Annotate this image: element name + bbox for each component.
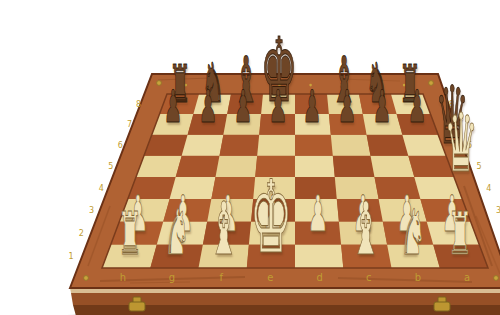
square-b4 <box>375 177 421 199</box>
rank-label-left-1: 1 <box>69 252 74 261</box>
square-e4 <box>253 177 295 199</box>
square-f6 <box>220 135 260 156</box>
chess-set-photo: hgfedcba1122334455667788 ♜♞♝♚♝♞♜♟♟♟♟♟♟♟♟… <box>40 16 500 315</box>
square-b6 <box>367 135 409 156</box>
square-c8 <box>327 94 363 114</box>
square-e8 <box>261 94 295 114</box>
square-d7 <box>295 114 331 135</box>
rank-label-left-3: 3 <box>89 206 94 215</box>
rank-label-left-2: 2 <box>79 229 84 238</box>
square-b2 <box>383 222 433 245</box>
rank-label-left-4: 4 <box>99 184 104 193</box>
file-label-g: g <box>169 272 175 283</box>
square-f2 <box>203 222 251 245</box>
file-label-b: b <box>415 272 421 283</box>
square-d8 <box>295 94 329 114</box>
file-label-a: a <box>464 272 470 283</box>
square-f5 <box>216 156 258 177</box>
far-border-dot <box>309 84 312 87</box>
rank-label-right-6: 6 <box>467 141 472 150</box>
square-c6 <box>331 135 371 156</box>
square-c7 <box>329 114 367 135</box>
chess-board: hgfedcba1122334455667788 <box>40 16 500 315</box>
square-b8 <box>359 94 397 114</box>
square-f8 <box>227 94 263 114</box>
rank-label-left-7: 7 <box>127 120 132 129</box>
square-c1 <box>341 245 391 269</box>
rank-label-right-3: 3 <box>496 206 500 215</box>
square-b1 <box>387 245 440 269</box>
square-b7 <box>363 114 403 135</box>
far-border-dot <box>278 84 281 87</box>
corner-inlay <box>157 81 162 86</box>
square-d2 <box>295 222 341 245</box>
file-label-h: h <box>120 272 126 283</box>
square-e2 <box>249 222 295 245</box>
square-f1 <box>199 245 249 269</box>
rank-label-left-6: 6 <box>118 141 123 150</box>
file-label-c: c <box>366 272 372 283</box>
far-border-dot <box>372 84 375 87</box>
far-border-dot <box>247 84 250 87</box>
square-e5 <box>255 156 295 177</box>
rank-label-right-5: 5 <box>477 162 482 171</box>
file-label-d: d <box>316 272 322 283</box>
rank-label-right-4: 4 <box>486 184 491 193</box>
rank-label-right-8: 8 <box>449 100 454 109</box>
rank-label-left-8: 8 <box>136 100 141 109</box>
square-g6 <box>182 135 224 156</box>
square-g3 <box>163 199 211 221</box>
square-b5 <box>371 156 415 177</box>
square-c3 <box>337 199 383 221</box>
square-g4 <box>170 177 216 199</box>
file-label-f: f <box>219 272 223 283</box>
square-g7 <box>188 114 228 135</box>
far-border-dot <box>185 84 188 87</box>
square-d3 <box>295 199 339 221</box>
square-b3 <box>379 199 427 221</box>
square-d6 <box>295 135 333 156</box>
square-g8 <box>193 94 231 114</box>
square-d1 <box>295 245 343 269</box>
square-g5 <box>176 156 220 177</box>
rank-label-left-5: 5 <box>108 162 113 171</box>
square-f7 <box>223 114 261 135</box>
rank-label-right-7: 7 <box>458 120 463 129</box>
corner-inlay <box>494 276 499 281</box>
square-e6 <box>257 135 295 156</box>
corner-inlay <box>84 276 89 281</box>
square-g2 <box>157 222 207 245</box>
square-e3 <box>251 199 295 221</box>
square-c4 <box>335 177 379 199</box>
square-f4 <box>211 177 255 199</box>
square-d4 <box>295 177 337 199</box>
square-f3 <box>207 199 253 221</box>
far-border-dot <box>403 84 406 87</box>
square-g1 <box>150 245 203 269</box>
square-c5 <box>333 156 375 177</box>
square-e7 <box>259 114 295 135</box>
square-e1 <box>247 245 295 269</box>
file-label-e: e <box>267 272 273 283</box>
far-border-dot <box>216 84 219 87</box>
far-border-dot <box>340 84 343 87</box>
square-d5 <box>295 156 335 177</box>
square-c2 <box>339 222 387 245</box>
corner-inlay <box>429 81 434 86</box>
